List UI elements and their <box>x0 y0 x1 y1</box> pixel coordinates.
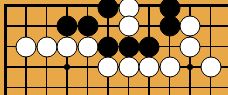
white-stone[interactable] <box>180 16 201 37</box>
board-intersection[interactable] <box>16 36 37 57</box>
board-intersection[interactable] <box>180 57 201 78</box>
board-intersection[interactable] <box>16 77 37 95</box>
white-stone[interactable] <box>118 16 139 37</box>
board-intersection[interactable] <box>180 0 201 16</box>
board-intersection[interactable] <box>159 57 180 78</box>
board-intersection[interactable] <box>98 57 119 78</box>
board-intersection[interactable] <box>36 16 57 37</box>
board-intersection[interactable] <box>159 77 180 95</box>
board-intersection[interactable] <box>159 16 180 37</box>
go-board[interactable] <box>0 0 228 95</box>
white-stone[interactable] <box>16 36 37 57</box>
board-intersection[interactable] <box>57 57 78 78</box>
board-intersection[interactable] <box>139 0 160 16</box>
board-intersection[interactable] <box>16 0 37 16</box>
black-stone[interactable] <box>77 16 98 37</box>
black-stone[interactable] <box>98 36 119 57</box>
white-stone[interactable] <box>139 57 160 78</box>
board-intersection[interactable] <box>139 57 160 78</box>
white-stone[interactable] <box>200 57 221 78</box>
board-intersection[interactable] <box>98 16 119 37</box>
board-intersection[interactable] <box>118 57 139 78</box>
board-intersection[interactable] <box>200 0 221 16</box>
board-intersection[interactable] <box>77 0 98 16</box>
white-stone[interactable] <box>118 57 139 78</box>
board-intersection[interactable] <box>159 0 180 16</box>
black-stone[interactable] <box>57 16 78 37</box>
board-intersection[interactable] <box>200 57 221 78</box>
white-stone[interactable] <box>159 57 180 78</box>
board-intersection[interactable] <box>139 36 160 57</box>
board-intersection[interactable] <box>36 0 57 16</box>
board-intersection[interactable] <box>57 77 78 95</box>
board-intersection[interactable] <box>0 77 16 95</box>
board-intersection[interactable] <box>57 0 78 16</box>
black-stone[interactable] <box>159 16 180 37</box>
board-intersection[interactable] <box>139 77 160 95</box>
white-stone[interactable] <box>77 36 98 57</box>
board-intersection[interactable] <box>57 36 78 57</box>
board-intersection[interactable] <box>77 36 98 57</box>
board-intersection[interactable] <box>180 16 201 37</box>
board-intersection[interactable] <box>16 57 37 78</box>
board-intersection[interactable] <box>77 77 98 95</box>
white-stone[interactable] <box>57 36 78 57</box>
board-intersection[interactable] <box>180 77 201 95</box>
star-point <box>64 64 70 70</box>
board-intersection[interactable] <box>77 57 98 78</box>
board-intersection[interactable] <box>57 16 78 37</box>
white-stone[interactable] <box>180 36 201 57</box>
board-intersection[interactable] <box>36 77 57 95</box>
black-stone[interactable] <box>139 36 160 57</box>
board-intersection[interactable] <box>0 0 16 16</box>
board-intersection[interactable] <box>118 0 139 16</box>
white-stone[interactable] <box>98 57 119 78</box>
board-intersection[interactable] <box>16 16 37 37</box>
board-intersection[interactable] <box>98 77 119 95</box>
board-intersection[interactable] <box>0 36 16 57</box>
board-intersection[interactable] <box>36 57 57 78</box>
board-intersection[interactable] <box>200 77 221 95</box>
board-grid <box>0 0 221 95</box>
board-intersection[interactable] <box>0 57 16 78</box>
white-stone[interactable] <box>36 36 57 57</box>
board-intersection[interactable] <box>98 0 119 16</box>
board-intersection[interactable] <box>118 77 139 95</box>
board-intersection[interactable] <box>200 16 221 37</box>
board-intersection[interactable] <box>36 36 57 57</box>
black-stone[interactable] <box>118 36 139 57</box>
board-intersection[interactable] <box>200 36 221 57</box>
board-intersection[interactable] <box>98 36 119 57</box>
board-intersection[interactable] <box>180 36 201 57</box>
star-point <box>187 64 193 70</box>
board-intersection[interactable] <box>159 36 180 57</box>
board-intersection[interactable] <box>0 16 16 37</box>
board-intersection[interactable] <box>139 16 160 37</box>
board-intersection[interactable] <box>77 16 98 37</box>
board-intersection[interactable] <box>118 36 139 57</box>
board-intersection[interactable] <box>118 16 139 37</box>
